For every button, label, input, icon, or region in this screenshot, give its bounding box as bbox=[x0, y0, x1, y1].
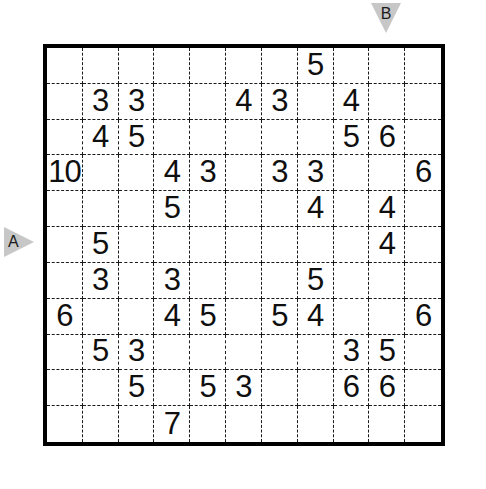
cell-r10c5-clue[interactable]: 5 bbox=[190, 370, 226, 406]
clue-number: 4 bbox=[307, 300, 323, 331]
cell-r7c5[interactable] bbox=[190, 263, 226, 299]
cell-r3c10-clue[interactable]: 6 bbox=[369, 120, 405, 156]
clue-number: 3 bbox=[92, 264, 108, 295]
cell-r11c5[interactable] bbox=[190, 406, 226, 442]
cell-r1c9[interactable] bbox=[334, 48, 370, 84]
cell-r9c6[interactable] bbox=[226, 335, 262, 371]
cell-r9c3-clue[interactable]: 3 bbox=[119, 335, 155, 371]
cell-r2c9-clue[interactable]: 4 bbox=[334, 84, 370, 120]
cell-r1c10[interactable] bbox=[369, 48, 405, 84]
cell-r11c7[interactable] bbox=[262, 406, 298, 442]
cell-r6c9[interactable] bbox=[334, 227, 370, 263]
cell-r6c10-clue[interactable]: 4 bbox=[369, 227, 405, 263]
cell-r2c7-clue[interactable]: 3 bbox=[262, 84, 298, 120]
cell-r7c10[interactable] bbox=[369, 263, 405, 299]
clue-number: 4 bbox=[164, 300, 180, 331]
answer-marker-a-triangle-icon: A bbox=[4, 227, 34, 257]
cell-r2c6-clue[interactable]: 4 bbox=[226, 84, 262, 120]
clue-number: 5 bbox=[271, 300, 287, 331]
cell-r11c9[interactable] bbox=[334, 406, 370, 442]
cell-r7c8-clue[interactable]: 5 bbox=[298, 263, 334, 299]
puzzle-board: 5334344556104333654454335645546533555366… bbox=[43, 44, 445, 446]
cell-r2c4[interactable] bbox=[154, 84, 190, 120]
clue-number: 3 bbox=[235, 371, 251, 402]
cell-r1c5[interactable] bbox=[190, 48, 226, 84]
cell-r6c1[interactable] bbox=[47, 227, 83, 263]
cell-r9c10-clue[interactable]: 5 bbox=[369, 335, 405, 371]
cell-r2c11[interactable] bbox=[405, 84, 441, 120]
cell-r4c8-clue[interactable]: 3 bbox=[298, 155, 334, 191]
cell-r6c8[interactable] bbox=[298, 227, 334, 263]
cell-r9c1[interactable] bbox=[47, 335, 83, 371]
clue-number: 3 bbox=[92, 85, 108, 116]
cell-r11c3[interactable] bbox=[119, 406, 155, 442]
cell-r7c6[interactable] bbox=[226, 263, 262, 299]
cell-r1c11[interactable] bbox=[405, 48, 441, 84]
cell-r10c8[interactable] bbox=[298, 370, 334, 406]
cell-r2c8[interactable] bbox=[298, 84, 334, 120]
cell-r2c5[interactable] bbox=[190, 84, 226, 120]
clue-number: 3 bbox=[200, 156, 216, 187]
cell-r10c6-clue[interactable]: 3 bbox=[226, 370, 262, 406]
cell-r6c2-clue[interactable]: 5 bbox=[83, 227, 119, 263]
cell-r4c2[interactable] bbox=[83, 155, 119, 191]
cell-r8c2[interactable] bbox=[83, 299, 119, 335]
clue-number: 5 bbox=[92, 335, 108, 366]
cell-r10c3-clue[interactable]: 5 bbox=[119, 370, 155, 406]
cell-r2c3-clue[interactable]: 3 bbox=[119, 84, 155, 120]
clue-number: 6 bbox=[379, 121, 395, 152]
cell-r4c10[interactable] bbox=[369, 155, 405, 191]
cell-r8c9[interactable] bbox=[334, 299, 370, 335]
cell-r3c11[interactable] bbox=[405, 120, 441, 156]
clue-number: 4 bbox=[235, 85, 251, 116]
cell-r9c4[interactable] bbox=[154, 335, 190, 371]
cell-r8c4-clue[interactable]: 4 bbox=[154, 299, 190, 335]
cell-r3c2-clue[interactable]: 4 bbox=[83, 120, 119, 156]
cell-r4c5-clue[interactable]: 3 bbox=[190, 155, 226, 191]
clue-number: 3 bbox=[128, 335, 144, 366]
clue-number: 4 bbox=[307, 192, 323, 223]
cell-r11c8[interactable] bbox=[298, 406, 334, 442]
clue-number: 5 bbox=[200, 371, 216, 402]
clue-number: 5 bbox=[379, 335, 395, 366]
cell-r11c2[interactable] bbox=[83, 406, 119, 442]
cell-r6c3[interactable] bbox=[119, 227, 155, 263]
cell-r10c9-clue[interactable]: 6 bbox=[334, 370, 370, 406]
clue-number: 3 bbox=[271, 85, 287, 116]
cell-r4c7-clue[interactable]: 3 bbox=[262, 155, 298, 191]
cell-r11c6[interactable] bbox=[226, 406, 262, 442]
clue-number: 5 bbox=[307, 49, 323, 80]
cell-r6c7[interactable] bbox=[262, 227, 298, 263]
cell-r2c1[interactable] bbox=[47, 84, 83, 120]
cell-r7c7[interactable] bbox=[262, 263, 298, 299]
cell-r3c6[interactable] bbox=[226, 120, 262, 156]
cell-r1c8-clue[interactable]: 5 bbox=[298, 48, 334, 84]
clue-number: 4 bbox=[343, 85, 359, 116]
cell-r7c3[interactable] bbox=[119, 263, 155, 299]
cell-r4c1-clue[interactable]: 10 bbox=[47, 155, 83, 191]
cell-r3c1[interactable] bbox=[47, 120, 83, 156]
cell-r9c2-clue[interactable]: 5 bbox=[83, 335, 119, 371]
cell-r5c2[interactable] bbox=[83, 191, 119, 227]
cell-r2c10[interactable] bbox=[369, 84, 405, 120]
cell-r3c9-clue[interactable]: 5 bbox=[334, 120, 370, 156]
clue-number: 5 bbox=[128, 371, 144, 402]
cell-r2c2-clue[interactable]: 3 bbox=[83, 84, 119, 120]
cell-r10c11[interactable] bbox=[405, 370, 441, 406]
cell-r6c11[interactable] bbox=[405, 227, 441, 263]
clue-number: 4 bbox=[379, 192, 395, 223]
cell-r11c4-clue[interactable]: 7 bbox=[154, 406, 190, 442]
cell-r8c10[interactable] bbox=[369, 299, 405, 335]
cell-r10c4[interactable] bbox=[154, 370, 190, 406]
cell-r7c11[interactable] bbox=[405, 263, 441, 299]
clue-number: 3 bbox=[164, 264, 180, 295]
cell-r5c3[interactable] bbox=[119, 191, 155, 227]
cell-r1c2[interactable] bbox=[83, 48, 119, 84]
cell-r8c6[interactable] bbox=[226, 299, 262, 335]
cell-r5c8-clue[interactable]: 4 bbox=[298, 191, 334, 227]
cell-r4c9[interactable] bbox=[334, 155, 370, 191]
marker-a-label: A bbox=[8, 232, 19, 251]
cell-r4c3[interactable] bbox=[119, 155, 155, 191]
cell-r8c3[interactable] bbox=[119, 299, 155, 335]
clue-number: 5 bbox=[200, 300, 216, 331]
cell-r3c3-clue[interactable]: 5 bbox=[119, 120, 155, 156]
cell-r7c4-clue[interactable]: 3 bbox=[154, 263, 190, 299]
cell-r5c4-clue[interactable]: 5 bbox=[154, 191, 190, 227]
cell-r5c5[interactable] bbox=[190, 191, 226, 227]
cell-r3c7[interactable] bbox=[262, 120, 298, 156]
clue-number: 3 bbox=[343, 335, 359, 366]
cell-r10c2[interactable] bbox=[83, 370, 119, 406]
cell-r3c5[interactable] bbox=[190, 120, 226, 156]
cell-r7c9[interactable] bbox=[334, 263, 370, 299]
clue-number: 5 bbox=[128, 121, 144, 152]
cell-r1c7[interactable] bbox=[262, 48, 298, 84]
cell-r9c11[interactable] bbox=[405, 335, 441, 371]
cell-r1c1[interactable] bbox=[47, 48, 83, 84]
cell-r4c11-clue[interactable]: 6 bbox=[405, 155, 441, 191]
clue-number: 3 bbox=[128, 85, 144, 116]
cell-r6c5[interactable] bbox=[190, 227, 226, 263]
clue-number: 6 bbox=[379, 371, 395, 402]
cell-r10c1[interactable] bbox=[47, 370, 83, 406]
clue-number: 3 bbox=[307, 156, 323, 187]
cell-r10c10-clue[interactable]: 6 bbox=[369, 370, 405, 406]
cell-r5c7[interactable] bbox=[262, 191, 298, 227]
clue-number: 10 bbox=[48, 156, 80, 187]
clue-number: 6 bbox=[343, 371, 359, 402]
marker-b-label: B bbox=[381, 4, 392, 23]
cell-r3c8[interactable] bbox=[298, 120, 334, 156]
cell-r8c11-clue[interactable]: 6 bbox=[405, 299, 441, 335]
cell-r8c8-clue[interactable]: 4 bbox=[298, 299, 334, 335]
cell-r11c1[interactable] bbox=[47, 406, 83, 442]
puzzle-grid: 5334344556104333654454335645546533555366… bbox=[47, 48, 441, 442]
clue-number: 5 bbox=[164, 192, 180, 223]
cell-r3c4[interactable] bbox=[154, 120, 190, 156]
cell-r5c1[interactable] bbox=[47, 191, 83, 227]
cell-r11c11[interactable] bbox=[405, 406, 441, 442]
clue-number: 4 bbox=[92, 121, 108, 152]
cell-r5c10-clue[interactable]: 4 bbox=[369, 191, 405, 227]
clue-number: 5 bbox=[92, 228, 108, 259]
cell-r6c6[interactable] bbox=[226, 227, 262, 263]
cell-r6c4[interactable] bbox=[154, 227, 190, 263]
cell-r11c10[interactable] bbox=[369, 406, 405, 442]
cell-r5c9[interactable] bbox=[334, 191, 370, 227]
clue-number: 6 bbox=[415, 300, 431, 331]
cell-r5c11[interactable] bbox=[405, 191, 441, 227]
clue-number: 6 bbox=[415, 156, 431, 187]
clue-number: 4 bbox=[164, 156, 180, 187]
clue-number: 5 bbox=[343, 121, 359, 152]
cell-r1c3[interactable] bbox=[119, 48, 155, 84]
cell-r7c2-clue[interactable]: 3 bbox=[83, 263, 119, 299]
clue-number: 5 bbox=[307, 264, 323, 295]
clue-number: 7 bbox=[164, 408, 180, 439]
cell-r1c4[interactable] bbox=[154, 48, 190, 84]
cell-r4c6[interactable] bbox=[226, 155, 262, 191]
cell-r9c5[interactable] bbox=[190, 335, 226, 371]
cell-r1c6[interactable] bbox=[226, 48, 262, 84]
cell-r4c4-clue[interactable]: 4 bbox=[154, 155, 190, 191]
cell-r9c9-clue[interactable]: 3 bbox=[334, 335, 370, 371]
cell-r8c7-clue[interactable]: 5 bbox=[262, 299, 298, 335]
cell-r7c1[interactable] bbox=[47, 263, 83, 299]
cell-r9c8[interactable] bbox=[298, 335, 334, 371]
cell-r8c5-clue[interactable]: 5 bbox=[190, 299, 226, 335]
clue-number: 6 bbox=[56, 300, 72, 331]
clue-number: 4 bbox=[379, 228, 395, 259]
cell-r5c6[interactable] bbox=[226, 191, 262, 227]
cell-r9c7[interactable] bbox=[262, 335, 298, 371]
cell-r10c7[interactable] bbox=[262, 370, 298, 406]
clue-number: 3 bbox=[271, 156, 287, 187]
puzzle-page: B A 533434455610433365445433564554653355… bbox=[0, 0, 486, 489]
cell-r8c1-clue[interactable]: 6 bbox=[47, 299, 83, 335]
answer-marker-b-triangle-icon: B bbox=[371, 3, 401, 33]
